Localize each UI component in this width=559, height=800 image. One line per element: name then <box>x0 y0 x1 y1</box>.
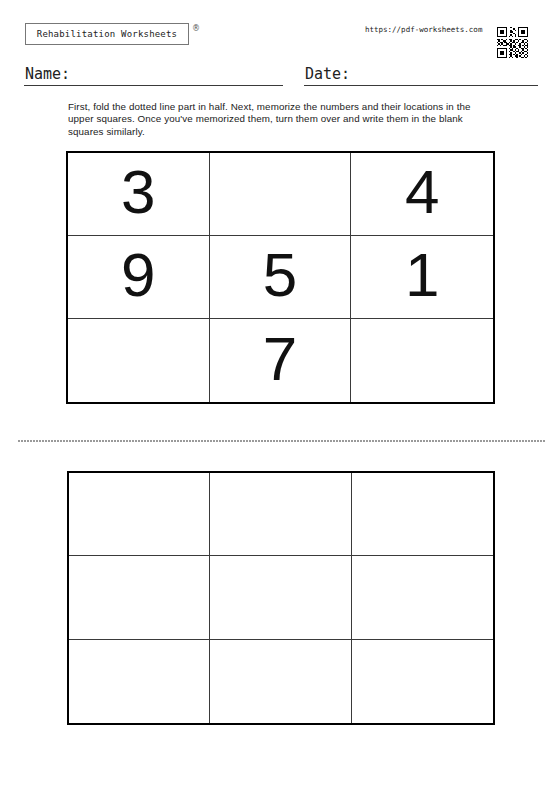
instructions-line-1: First, fold the dotted line part in half… <box>68 101 488 113</box>
instructions-text: First, fold the dotted line part in half… <box>68 101 488 138</box>
name-label: Name: <box>25 65 70 83</box>
instructions-line-2: upper squares. Once you've memorized the… <box>68 113 488 125</box>
bottom-cell-r3c2 <box>210 640 351 723</box>
registered-trademark-symbol: ® <box>192 24 200 33</box>
answer-grid-bottom <box>67 471 495 725</box>
instructions-line-3: squares similarly. <box>68 126 488 138</box>
memory-grid-top: 3 4 9 5 1 7 <box>66 151 495 404</box>
top-cell-r2c2: 5 <box>210 236 352 319</box>
date-writing-line <box>304 85 538 86</box>
name-writing-line <box>24 85 283 86</box>
bottom-cell-r1c3 <box>352 473 493 556</box>
bottom-cell-r3c3 <box>352 640 493 723</box>
bottom-cell-r1c2 <box>210 473 351 556</box>
bottom-cell-r2c3 <box>352 556 493 639</box>
bottom-cell-r2c1 <box>69 556 210 639</box>
top-cell-r3c3 <box>351 319 493 402</box>
bottom-cell-r1c1 <box>69 473 210 556</box>
top-cell-r3c2: 7 <box>210 319 352 402</box>
top-cell-r3c1 <box>68 319 210 402</box>
date-label: Date: <box>305 65 350 83</box>
brand-name: Rehabilitation Worksheets <box>37 29 177 39</box>
fold-dotted-line <box>18 440 545 442</box>
worksheet-page: Rehabilitation Worksheets ® https://pdf-… <box>0 0 559 800</box>
top-cell-r1c2 <box>210 153 352 236</box>
bottom-cell-r3c1 <box>69 640 210 723</box>
qr-code-icon <box>497 27 528 58</box>
top-cell-r1c1: 3 <box>68 153 210 236</box>
brand-logo-box: Rehabilitation Worksheets <box>25 23 189 45</box>
bottom-cell-r2c2 <box>210 556 351 639</box>
top-cell-r2c1: 9 <box>68 236 210 319</box>
top-cell-r1c3: 4 <box>351 153 493 236</box>
website-url-link[interactable]: https://pdf-worksheets.com <box>365 25 482 34</box>
top-cell-r2c3: 1 <box>351 236 493 319</box>
